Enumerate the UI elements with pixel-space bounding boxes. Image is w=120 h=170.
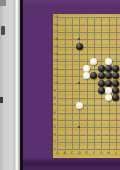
black-stone[interactable] — [105, 80, 112, 87]
column-coordinate-label: A — [55, 151, 59, 155]
row-coordinate-label: 5 — [54, 118, 58, 122]
row-coordinate-label: 2 — [54, 140, 58, 144]
row-coordinate-label: 9 — [54, 89, 58, 93]
column-coordinate-label: G — [99, 151, 103, 155]
grid-line-horizontal — [57, 39, 120, 40]
column-coordinate-label: J — [114, 151, 118, 155]
grid-line-horizontal — [57, 25, 120, 26]
white-stone[interactable] — [76, 102, 83, 109]
row-coordinate-label: 15 — [54, 45, 58, 49]
row-coordinate-label: 11 — [54, 74, 58, 78]
row-coordinate-label: 3 — [54, 133, 58, 137]
white-stone[interactable] — [83, 72, 90, 79]
black-stone[interactable] — [98, 65, 105, 72]
row-coordinate-label: 17 — [54, 30, 58, 34]
grid-line-horizontal — [57, 32, 120, 33]
row-coordinate-label: 6 — [54, 111, 58, 115]
grid-line-horizontal — [57, 17, 120, 18]
black-stone[interactable] — [105, 72, 112, 79]
column-coordinate-label: E — [85, 151, 89, 155]
column-coordinate-label: F — [92, 151, 96, 155]
black-stone[interactable] — [98, 80, 105, 87]
grid-line-horizontal — [57, 105, 120, 106]
column-coordinate-label: C — [70, 151, 74, 155]
black-stone[interactable] — [98, 72, 105, 79]
row-coordinate-label: 7 — [54, 103, 58, 107]
row-coordinate-label: 16 — [54, 37, 58, 41]
grid-line-horizontal — [57, 127, 120, 128]
row-coordinate-label: 8 — [54, 96, 58, 100]
black-stone[interactable] — [112, 80, 119, 87]
grid-line-horizontal — [57, 120, 120, 121]
row-coordinate-label: 12 — [54, 67, 58, 71]
column-coordinate-label: D — [77, 151, 81, 155]
black-stone[interactable] — [105, 65, 112, 72]
row-coordinate-label: 14 — [54, 52, 58, 56]
black-stone[interactable] — [76, 43, 83, 50]
grid-line-horizontal — [57, 47, 120, 48]
grid-line-horizontal — [57, 54, 120, 55]
black-stone[interactable] — [98, 87, 105, 94]
window-corner-mark — [0, 0, 6, 6]
row-coordinate-label: 10 — [54, 81, 58, 85]
go-board[interactable]: 19181716151413121110987654321ABCDEFGHJKL… — [53, 14, 120, 158]
go-window-frame: 19181716151413121110987654321ABCDEFGHJKL… — [23, 0, 120, 170]
white-stone[interactable] — [90, 58, 97, 65]
grid-line-horizontal — [57, 113, 120, 114]
black-stone[interactable] — [112, 87, 119, 94]
black-stone[interactable] — [112, 94, 119, 101]
row-coordinate-label: 18 — [54, 23, 58, 27]
window-edge-mark — [1, 26, 5, 35]
grid-line-horizontal — [57, 149, 120, 150]
row-coordinate-label: 19 — [54, 15, 58, 19]
grid-line-horizontal — [57, 142, 120, 143]
white-stone[interactable] — [83, 65, 90, 72]
white-stone[interactable] — [105, 58, 112, 65]
black-stone[interactable] — [112, 72, 119, 79]
column-coordinate-label: H — [107, 151, 111, 155]
column-coordinate-label: B — [63, 151, 67, 155]
black-stone[interactable] — [112, 65, 119, 72]
white-stone[interactable] — [105, 87, 112, 94]
window-edge-mark — [0, 97, 3, 103]
row-coordinate-label: 13 — [54, 59, 58, 63]
black-stone[interactable] — [90, 72, 97, 79]
white-stone[interactable] — [105, 94, 112, 101]
background-window-strip[interactable] — [0, 0, 20, 170]
row-coordinate-label: 4 — [54, 125, 58, 129]
grid-line-horizontal — [57, 135, 120, 136]
